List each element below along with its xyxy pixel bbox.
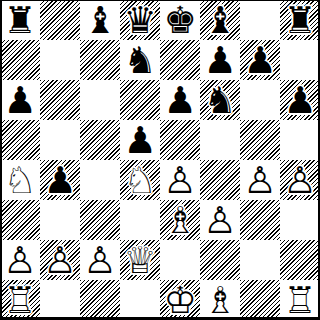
piece-halo: ♚ [160,280,200,320]
square-g7[interactable]: ♟♟ [240,40,280,80]
piece-halo: ♟ [160,80,200,120]
white-rook: ♖ [280,280,320,320]
square-c4[interactable] [80,160,120,200]
square-a8[interactable]: ♜♜ [0,0,40,40]
piece-halo: ♜ [280,0,320,40]
black-pawn: ♟ [40,160,80,200]
square-g2[interactable] [240,240,280,280]
square-c6[interactable] [80,80,120,120]
square-f7[interactable]: ♟♟ [200,40,240,80]
square-h6[interactable]: ♟♟ [280,80,320,120]
square-h5[interactable] [280,120,320,160]
piece-halo: ♟ [80,240,120,280]
piece-halo: ♟ [160,160,200,200]
square-b6[interactable] [40,80,80,120]
piece-halo: ♛ [120,240,160,280]
square-e4[interactable]: ♟♙ [160,160,200,200]
white-bishop: ♗ [160,200,200,240]
square-e1[interactable]: ♚♔ [160,280,200,320]
square-c2[interactable]: ♟♙ [80,240,120,280]
square-d5[interactable]: ♟♟ [120,120,160,160]
white-rook: ♖ [0,280,40,320]
square-b7[interactable] [40,40,80,80]
square-d1[interactable] [120,280,160,320]
piece-halo: ♟ [240,40,280,80]
black-bishop: ♝ [200,0,240,40]
white-pawn: ♙ [200,200,240,240]
square-f2[interactable] [200,240,240,280]
square-e8[interactable]: ♚♚ [160,0,200,40]
square-g6[interactable] [240,80,280,120]
white-knight: ♘ [120,160,160,200]
black-king: ♚ [160,0,200,40]
black-pawn: ♟ [200,40,240,80]
piece-halo: ♟ [280,160,320,200]
black-bishop: ♝ [80,0,120,40]
square-f1[interactable]: ♝♗ [200,280,240,320]
square-e2[interactable] [160,240,200,280]
square-g4[interactable]: ♟♙ [240,160,280,200]
black-knight: ♞ [120,40,160,80]
square-e3[interactable]: ♝♗ [160,200,200,240]
square-c1[interactable] [80,280,120,320]
square-b2[interactable]: ♟♙ [40,240,80,280]
square-h4[interactable]: ♟♙ [280,160,320,200]
square-f6[interactable]: ♞♞ [200,80,240,120]
piece-halo: ♞ [120,40,160,80]
square-g1[interactable] [240,280,280,320]
white-pawn: ♙ [240,160,280,200]
square-b3[interactable] [40,200,80,240]
square-a5[interactable] [0,120,40,160]
piece-halo: ♟ [120,120,160,160]
piece-halo: ♞ [0,160,40,200]
square-a7[interactable] [0,40,40,80]
square-a1[interactable]: ♜♖ [0,280,40,320]
black-pawn: ♟ [280,80,320,120]
piece-halo: ♟ [240,160,280,200]
square-h2[interactable] [280,240,320,280]
black-rook: ♜ [280,0,320,40]
piece-halo: ♝ [80,0,120,40]
square-c8[interactable]: ♝♝ [80,0,120,40]
piece-halo: ♝ [200,0,240,40]
square-c5[interactable] [80,120,120,160]
piece-halo: ♟ [0,80,40,120]
square-d7[interactable]: ♞♞ [120,40,160,80]
square-a3[interactable] [0,200,40,240]
black-pawn: ♟ [160,80,200,120]
square-b1[interactable] [40,280,80,320]
black-queen: ♛ [120,0,160,40]
white-pawn: ♙ [80,240,120,280]
black-pawn: ♟ [240,40,280,80]
piece-halo: ♛ [120,0,160,40]
white-pawn: ♙ [160,160,200,200]
white-pawn: ♙ [0,240,40,280]
square-d6[interactable] [120,80,160,120]
square-h3[interactable] [280,200,320,240]
black-rook: ♜ [0,0,40,40]
square-h8[interactable]: ♜♜ [280,0,320,40]
white-king: ♔ [160,280,200,320]
piece-halo: ♟ [280,80,320,120]
square-d8[interactable]: ♛♛ [120,0,160,40]
square-f5[interactable] [200,120,240,160]
piece-halo: ♚ [160,0,200,40]
square-d3[interactable] [120,200,160,240]
piece-halo: ♟ [200,200,240,240]
square-e6[interactable]: ♟♟ [160,80,200,120]
piece-halo: ♜ [0,0,40,40]
square-f8[interactable]: ♝♝ [200,0,240,40]
square-f3[interactable]: ♟♙ [200,200,240,240]
black-pawn: ♟ [0,80,40,120]
square-a6[interactable]: ♟♟ [0,80,40,120]
square-c3[interactable] [80,200,120,240]
square-g8[interactable] [240,0,280,40]
square-b8[interactable] [40,0,80,40]
piece-halo: ♞ [120,160,160,200]
square-b4[interactable]: ♟♟ [40,160,80,200]
square-g5[interactable] [240,120,280,160]
black-pawn: ♟ [120,120,160,160]
square-d4[interactable]: ♞♘ [120,160,160,200]
piece-halo: ♝ [160,200,200,240]
square-f4[interactable] [200,160,240,200]
chess-board: ♜♜♝♝♛♛♚♚♝♝♜♜♞♞♟♟♟♟♟♟♟♟♞♞♟♟♟♟♞♘♟♟♞♘♟♙♟♙♟♙… [0,0,320,320]
square-d2[interactable]: ♛♕ [120,240,160,280]
piece-halo: ♟ [200,40,240,80]
piece-halo: ♜ [280,280,320,320]
white-knight: ♘ [0,160,40,200]
square-a4[interactable]: ♞♘ [0,160,40,200]
square-h1[interactable]: ♜♖ [280,280,320,320]
piece-halo: ♝ [200,280,240,320]
square-g3[interactable] [240,200,280,240]
square-c7[interactable] [80,40,120,80]
piece-halo: ♟ [40,240,80,280]
black-knight: ♞ [200,80,240,120]
piece-halo: ♜ [0,280,40,320]
white-bishop: ♗ [200,280,240,320]
square-e7[interactable] [160,40,200,80]
square-h7[interactable] [280,40,320,80]
piece-halo: ♞ [200,80,240,120]
piece-halo: ♟ [40,160,80,200]
square-a2[interactable]: ♟♙ [0,240,40,280]
white-queen: ♕ [120,240,160,280]
piece-halo: ♟ [0,240,40,280]
square-e5[interactable] [160,120,200,160]
white-pawn: ♙ [40,240,80,280]
square-b5[interactable] [40,120,80,160]
white-pawn: ♙ [280,160,320,200]
